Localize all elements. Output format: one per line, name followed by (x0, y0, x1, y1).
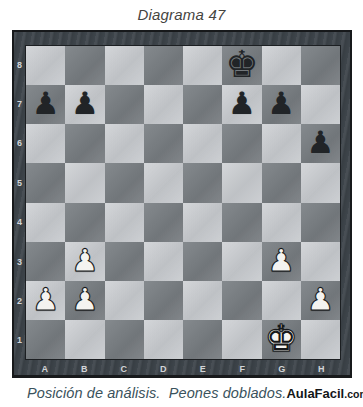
square-d2 (144, 281, 183, 320)
chess-board: 87654321 ♚♟♟♟♟♟♟♟♟♟♟♚ ABCDEFGH (12, 30, 352, 378)
square-e2 (183, 281, 222, 320)
square-f7: ♟ (222, 85, 261, 124)
square-c5 (105, 163, 144, 202)
rank-label-5: 5 (14, 163, 25, 202)
square-h3 (301, 242, 340, 281)
square-e7 (183, 85, 222, 124)
rank-label-6: 6 (14, 124, 25, 163)
watermark-brand: AulaFacil (286, 386, 344, 401)
square-g8 (262, 46, 301, 85)
square-e8 (183, 46, 222, 85)
black-pawn-h6: ♟ (306, 127, 334, 158)
black-pawn-g7: ♟ (267, 88, 295, 119)
square-c7 (105, 85, 144, 124)
square-g5 (262, 163, 301, 202)
square-g6 (262, 124, 301, 163)
square-e1 (183, 320, 222, 359)
square-a2: ♟ (26, 281, 65, 320)
file-label-a: A (25, 360, 65, 375)
square-g7: ♟ (262, 85, 301, 124)
white-pawn-a2: ♟ (32, 284, 60, 315)
square-f8: ♚ (222, 46, 261, 85)
board-caption: Posición de análisis. Peones doblados. (27, 385, 286, 401)
rank-labels: 87654321 (14, 45, 25, 360)
square-c1 (105, 320, 144, 359)
square-b4 (65, 203, 104, 242)
square-f5 (222, 163, 261, 202)
square-d8 (144, 46, 183, 85)
rank-label-4: 4 (14, 203, 25, 242)
square-h7 (301, 85, 340, 124)
file-label-d: D (144, 360, 184, 375)
square-a4 (26, 203, 65, 242)
rank-label-3: 3 (14, 242, 25, 281)
square-h4 (301, 203, 340, 242)
square-a7: ♟ (26, 85, 65, 124)
black-pawn-f7: ♟ (228, 88, 256, 119)
file-label-e: E (183, 360, 223, 375)
square-c2 (105, 281, 144, 320)
square-d7 (144, 85, 183, 124)
aulafacil-watermark: AulaFacil.com (286, 384, 363, 402)
square-d3 (144, 242, 183, 281)
square-h2: ♟ (301, 281, 340, 320)
square-a8 (26, 46, 65, 85)
square-h5 (301, 163, 340, 202)
square-a1 (26, 320, 65, 359)
square-h8 (301, 46, 340, 85)
square-e6 (183, 124, 222, 163)
square-e5 (183, 163, 222, 202)
square-f6 (222, 124, 261, 163)
square-d5 (144, 163, 183, 202)
white-pawn-b3: ♟ (71, 245, 99, 276)
page-title: Diagrama 47 (0, 3, 363, 27)
file-label-c: C (104, 360, 144, 375)
white-pawn-h2: ♟ (306, 284, 334, 315)
square-e3 (183, 242, 222, 281)
black-pawn-a7: ♟ (32, 88, 60, 119)
square-h1 (301, 320, 340, 359)
square-c4 (105, 203, 144, 242)
rank-label-2: 2 (14, 281, 25, 320)
rank-label-7: 7 (14, 84, 25, 123)
square-b8 (65, 46, 104, 85)
board-grid: ♚♟♟♟♟♟♟♟♟♟♟♚ (25, 45, 341, 360)
square-f4 (222, 203, 261, 242)
file-label-b: B (65, 360, 105, 375)
square-d1 (144, 320, 183, 359)
file-label-h: H (302, 360, 342, 375)
square-g2 (262, 281, 301, 320)
square-a3 (26, 242, 65, 281)
square-b2: ♟ (65, 281, 104, 320)
file-label-g: G (262, 360, 302, 375)
square-h6: ♟ (301, 124, 340, 163)
rank-label-1: 1 (14, 321, 25, 360)
square-f1 (222, 320, 261, 359)
square-c6 (105, 124, 144, 163)
square-f2 (222, 281, 261, 320)
white-pawn-g3: ♟ (267, 245, 295, 276)
square-g3: ♟ (262, 242, 301, 281)
square-b1 (65, 320, 104, 359)
square-c8 (105, 46, 144, 85)
square-a6 (26, 124, 65, 163)
file-labels: ABCDEFGH (25, 360, 341, 375)
square-c3 (105, 242, 144, 281)
square-f3 (222, 242, 261, 281)
black-pawn-b7: ♟ (71, 88, 99, 119)
square-b6 (65, 124, 104, 163)
square-g4 (262, 203, 301, 242)
white-king-g1: ♚ (265, 320, 298, 357)
square-d6 (144, 124, 183, 163)
caption-row: Posición de análisis. Peones doblados. A… (0, 384, 363, 402)
file-label-f: F (223, 360, 263, 375)
black-king-f8: ♚ (225, 46, 258, 83)
square-b5 (65, 163, 104, 202)
square-d4 (144, 203, 183, 242)
watermark-tld: .com (344, 388, 363, 400)
rank-label-8: 8 (14, 45, 25, 84)
square-b3: ♟ (65, 242, 104, 281)
square-g1: ♚ (262, 320, 301, 359)
white-pawn-b2: ♟ (71, 284, 99, 315)
square-e4 (183, 203, 222, 242)
square-b7: ♟ (65, 85, 104, 124)
square-a5 (26, 163, 65, 202)
